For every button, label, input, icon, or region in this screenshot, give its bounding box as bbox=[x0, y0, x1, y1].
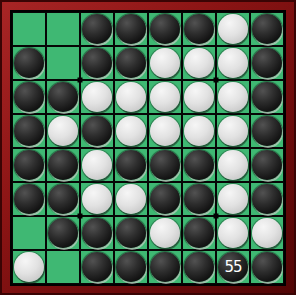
white-disc bbox=[218, 82, 248, 112]
cell-b3[interactable] bbox=[46, 80, 80, 114]
black-disc bbox=[82, 14, 112, 44]
white-disc bbox=[150, 116, 180, 146]
cell-a2[interactable] bbox=[12, 46, 46, 80]
cell-g1[interactable] bbox=[216, 12, 250, 46]
black-disc bbox=[14, 116, 44, 146]
white-disc bbox=[14, 252, 44, 282]
black-disc bbox=[48, 184, 78, 214]
black-disc bbox=[150, 184, 180, 214]
cell-a1[interactable] bbox=[12, 12, 46, 46]
cell-f8[interactable] bbox=[182, 250, 216, 284]
black-disc bbox=[252, 14, 282, 44]
cell-h2[interactable] bbox=[250, 46, 284, 80]
cell-g4[interactable] bbox=[216, 114, 250, 148]
board-inner-border: 55 bbox=[10, 10, 286, 286]
black-disc bbox=[184, 252, 214, 282]
cell-h8[interactable] bbox=[250, 250, 284, 284]
black-disc bbox=[184, 150, 214, 180]
cell-d2[interactable] bbox=[114, 46, 148, 80]
cell-f2[interactable] bbox=[182, 46, 216, 80]
white-disc bbox=[82, 184, 112, 214]
cell-d1[interactable] bbox=[114, 12, 148, 46]
cell-g5[interactable] bbox=[216, 148, 250, 182]
cell-e2[interactable] bbox=[148, 46, 182, 80]
cell-d5[interactable] bbox=[114, 148, 148, 182]
cell-e3[interactable] bbox=[148, 80, 182, 114]
cell-d4[interactable] bbox=[114, 114, 148, 148]
white-disc bbox=[218, 14, 248, 44]
cell-b4[interactable] bbox=[46, 114, 80, 148]
black-disc bbox=[14, 150, 44, 180]
cell-g7[interactable] bbox=[216, 216, 250, 250]
black-disc bbox=[116, 252, 146, 282]
star-point bbox=[78, 214, 83, 219]
cell-g6[interactable] bbox=[216, 182, 250, 216]
cell-e5[interactable] bbox=[148, 148, 182, 182]
black-disc bbox=[82, 252, 112, 282]
cell-c4[interactable] bbox=[80, 114, 114, 148]
cell-e8[interactable] bbox=[148, 250, 182, 284]
cell-f4[interactable] bbox=[182, 114, 216, 148]
cell-h5[interactable] bbox=[250, 148, 284, 182]
cell-e7[interactable] bbox=[148, 216, 182, 250]
cell-c1[interactable] bbox=[80, 12, 114, 46]
cell-h7[interactable] bbox=[250, 216, 284, 250]
cell-f5[interactable] bbox=[182, 148, 216, 182]
cell-b6[interactable] bbox=[46, 182, 80, 216]
cell-f3[interactable] bbox=[182, 80, 216, 114]
cell-d6[interactable] bbox=[114, 182, 148, 216]
white-disc bbox=[82, 82, 112, 112]
cell-h3[interactable] bbox=[250, 80, 284, 114]
cell-c3[interactable] bbox=[80, 80, 114, 114]
black-disc bbox=[116, 14, 146, 44]
cell-f7[interactable] bbox=[182, 216, 216, 250]
white-disc bbox=[116, 116, 146, 146]
black-disc bbox=[48, 218, 78, 248]
black-disc bbox=[82, 218, 112, 248]
cell-d8[interactable] bbox=[114, 250, 148, 284]
cell-f1[interactable] bbox=[182, 12, 216, 46]
white-disc bbox=[116, 184, 146, 214]
cell-b1[interactable] bbox=[46, 12, 80, 46]
last-move-number: 55 bbox=[224, 260, 241, 275]
cell-b8[interactable] bbox=[46, 250, 80, 284]
white-disc bbox=[218, 218, 248, 248]
cell-d7[interactable] bbox=[114, 216, 148, 250]
black-disc bbox=[116, 218, 146, 248]
white-disc bbox=[184, 82, 214, 112]
white-disc bbox=[184, 48, 214, 78]
black-disc bbox=[184, 184, 214, 214]
frame-bevel: 55 bbox=[2, 2, 294, 293]
black-disc bbox=[82, 48, 112, 78]
board-frame: 55 bbox=[0, 0, 296, 295]
white-disc bbox=[218, 150, 248, 180]
cell-a3[interactable] bbox=[12, 80, 46, 114]
white-disc bbox=[150, 82, 180, 112]
black-disc bbox=[252, 116, 282, 146]
black-disc bbox=[48, 82, 78, 112]
white-disc bbox=[150, 218, 180, 248]
black-disc bbox=[252, 150, 282, 180]
black-disc bbox=[252, 184, 282, 214]
cell-a5[interactable] bbox=[12, 148, 46, 182]
othello-board: 55 bbox=[12, 12, 284, 284]
cell-e1[interactable] bbox=[148, 12, 182, 46]
star-point bbox=[214, 214, 219, 219]
cell-b5[interactable] bbox=[46, 148, 80, 182]
white-disc bbox=[184, 116, 214, 146]
white-disc bbox=[48, 116, 78, 146]
black-disc: 55 bbox=[218, 252, 248, 282]
white-disc bbox=[116, 82, 146, 112]
cell-a8[interactable] bbox=[12, 250, 46, 284]
black-disc bbox=[150, 252, 180, 282]
black-disc bbox=[252, 252, 282, 282]
cell-c7[interactable] bbox=[80, 216, 114, 250]
white-disc bbox=[252, 218, 282, 248]
cell-h1[interactable] bbox=[250, 12, 284, 46]
cell-h4[interactable] bbox=[250, 114, 284, 148]
cell-c5[interactable] bbox=[80, 148, 114, 182]
cell-a7[interactable] bbox=[12, 216, 46, 250]
white-disc bbox=[150, 48, 180, 78]
cell-g3[interactable] bbox=[216, 80, 250, 114]
black-disc bbox=[14, 184, 44, 214]
white-disc bbox=[218, 48, 248, 78]
black-disc bbox=[116, 48, 146, 78]
cell-b2[interactable] bbox=[46, 46, 80, 80]
cell-g2[interactable] bbox=[216, 46, 250, 80]
black-disc bbox=[48, 150, 78, 180]
cell-h6[interactable] bbox=[250, 182, 284, 216]
cell-e4[interactable] bbox=[148, 114, 182, 148]
black-disc bbox=[14, 82, 44, 112]
star-point bbox=[78, 78, 83, 83]
cell-c8[interactable] bbox=[80, 250, 114, 284]
cell-b7[interactable] bbox=[46, 216, 80, 250]
white-disc bbox=[82, 150, 112, 180]
cell-a6[interactable] bbox=[12, 182, 46, 216]
black-disc bbox=[252, 82, 282, 112]
cell-d3[interactable] bbox=[114, 80, 148, 114]
black-disc bbox=[184, 218, 214, 248]
black-disc bbox=[116, 150, 146, 180]
cell-c6[interactable] bbox=[80, 182, 114, 216]
black-disc bbox=[14, 48, 44, 78]
black-disc bbox=[150, 150, 180, 180]
cell-e6[interactable] bbox=[148, 182, 182, 216]
cell-g8[interactable]: 55 bbox=[216, 250, 250, 284]
cell-f6[interactable] bbox=[182, 182, 216, 216]
black-disc bbox=[252, 48, 282, 78]
star-point bbox=[214, 78, 219, 83]
white-disc bbox=[218, 184, 248, 214]
cell-a4[interactable] bbox=[12, 114, 46, 148]
black-disc bbox=[150, 14, 180, 44]
black-disc bbox=[184, 14, 214, 44]
black-disc bbox=[82, 116, 112, 146]
white-disc bbox=[218, 116, 248, 146]
cell-c2[interactable] bbox=[80, 46, 114, 80]
